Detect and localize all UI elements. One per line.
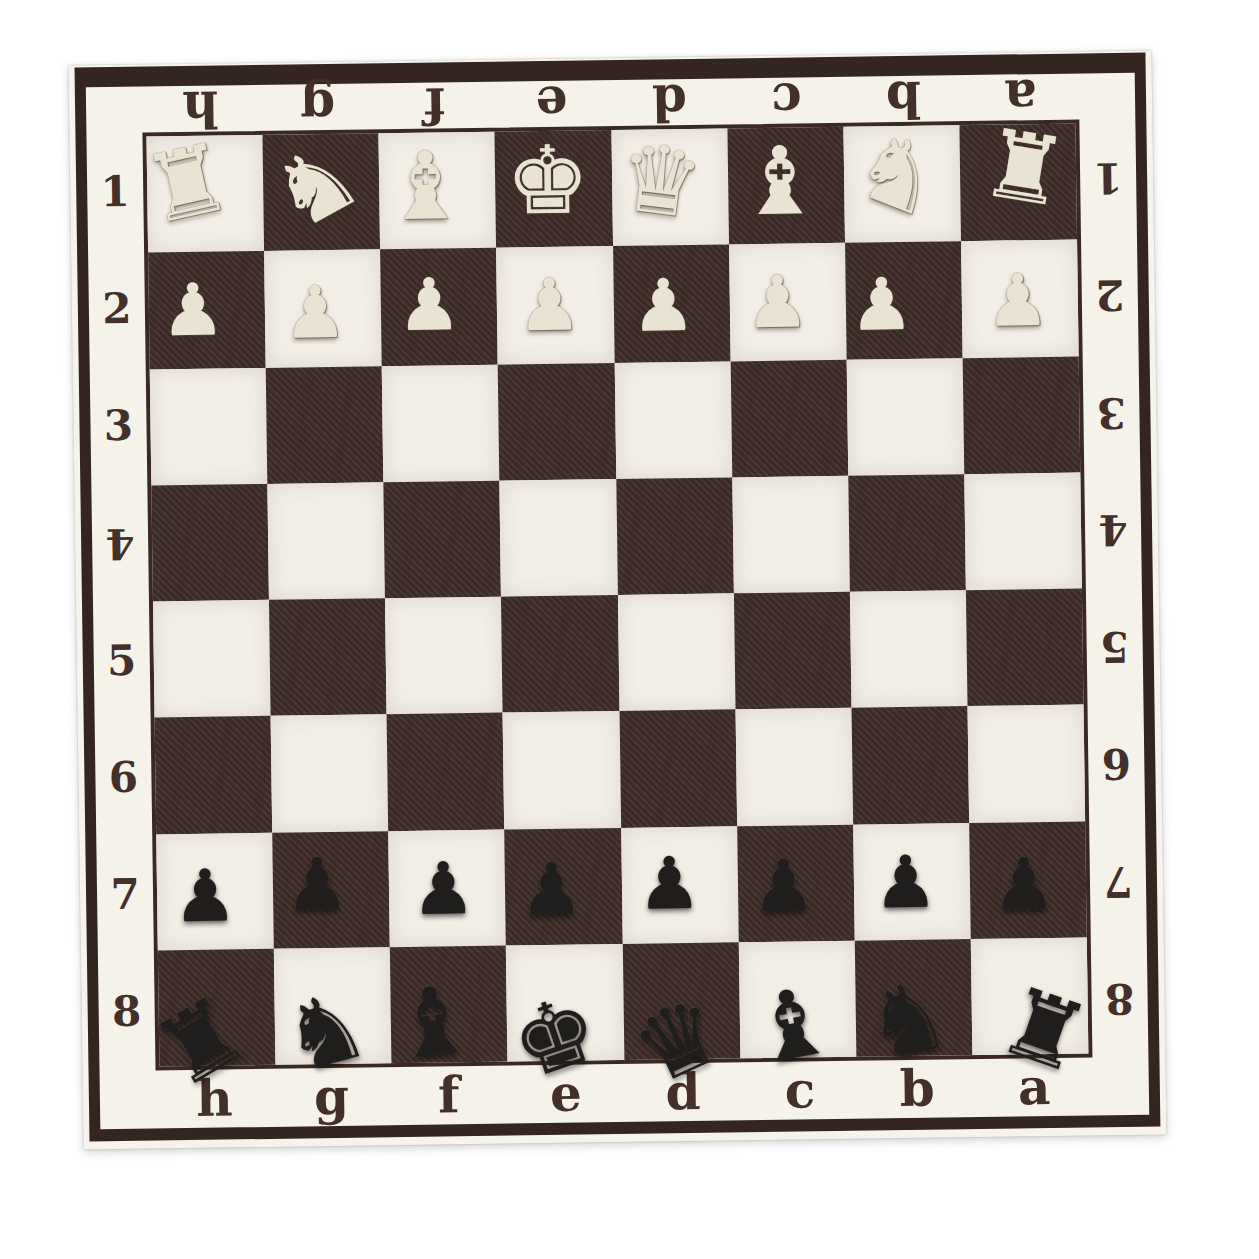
square-a2[interactable]: ♟ bbox=[961, 240, 1079, 358]
square-f5[interactable] bbox=[385, 597, 503, 715]
chess-mat: hgfedcba 12345678 ♜♞♝♚♛♝♞♜♟♟♟♟♟♟♟♟♟♟♟♟♟♟… bbox=[68, 50, 1166, 1149]
piece-black-pawn-c7[interactable]: ♟ bbox=[725, 826, 843, 944]
square-e3[interactable] bbox=[498, 363, 616, 481]
square-c6[interactable] bbox=[735, 708, 853, 826]
square-b2[interactable]: ♟ bbox=[845, 241, 963, 359]
square-b6[interactable] bbox=[851, 706, 969, 824]
square-a6[interactable] bbox=[967, 705, 1085, 823]
corner-bottom-left bbox=[100, 1070, 157, 1129]
square-d3[interactable] bbox=[614, 361, 732, 479]
piece-white-rook-a1[interactable]: ♜ bbox=[957, 102, 1090, 235]
rank-label-5: 5 bbox=[93, 602, 151, 720]
square-e8[interactable]: ♚ bbox=[506, 944, 624, 1062]
piece-white-pawn-d2[interactable]: ♟ bbox=[605, 247, 723, 365]
square-f3[interactable] bbox=[382, 364, 500, 482]
square-f4[interactable] bbox=[384, 480, 502, 598]
piece-black-pawn-e7[interactable]: ♟ bbox=[493, 830, 611, 948]
square-e5[interactable] bbox=[501, 595, 619, 713]
square-h5[interactable] bbox=[153, 600, 271, 718]
square-c8[interactable]: ♝ bbox=[738, 940, 856, 1058]
square-a5[interactable] bbox=[966, 589, 1084, 707]
square-b3[interactable] bbox=[846, 358, 964, 476]
rank-label-4: 4 bbox=[91, 484, 149, 602]
square-a8[interactable]: ♜ bbox=[971, 937, 1089, 1055]
square-e4[interactable] bbox=[500, 479, 618, 597]
square-e2[interactable]: ♟ bbox=[496, 246, 614, 364]
piece-white-pawn-g2[interactable]: ♟ bbox=[256, 254, 374, 372]
corner-bottom-right bbox=[1092, 1057, 1149, 1116]
square-d4[interactable] bbox=[616, 477, 734, 595]
square-h3[interactable] bbox=[150, 367, 268, 485]
square-h6[interactable] bbox=[155, 716, 273, 834]
square-b8[interactable]: ♞ bbox=[855, 939, 973, 1057]
square-a1[interactable]: ♜ bbox=[959, 124, 1077, 242]
square-h1[interactable]: ♜ bbox=[146, 135, 264, 253]
rank-label-3: 3 bbox=[1083, 353, 1141, 471]
piece-black-pawn-f7[interactable]: ♟ bbox=[384, 829, 502, 947]
square-e6[interactable] bbox=[503, 711, 621, 829]
square-b1[interactable]: ♞ bbox=[843, 125, 961, 243]
piece-black-pawn-g7[interactable]: ♟ bbox=[258, 825, 376, 943]
square-a7[interactable]: ♟ bbox=[969, 821, 1087, 939]
square-b7[interactable]: ♟ bbox=[853, 823, 971, 941]
rank-label-5: 5 bbox=[1086, 588, 1144, 706]
square-d2[interactable]: ♟ bbox=[613, 245, 731, 363]
square-f6[interactable] bbox=[387, 713, 505, 831]
piece-black-pawn-h7[interactable]: ♟ bbox=[146, 836, 264, 954]
square-g1[interactable]: ♞ bbox=[263, 133, 381, 251]
piece-white-rook-h1[interactable]: ♜ bbox=[118, 115, 257, 254]
rank-label-4: 4 bbox=[1084, 470, 1142, 588]
square-d6[interactable] bbox=[619, 710, 737, 828]
file-label-f: f bbox=[376, 82, 494, 130]
piece-white-pawn-h2[interactable]: ♟ bbox=[134, 251, 252, 369]
square-f7[interactable]: ♟ bbox=[388, 829, 506, 947]
square-h7[interactable]: ♟ bbox=[156, 832, 274, 950]
square-c7[interactable]: ♟ bbox=[737, 824, 855, 942]
square-g3[interactable] bbox=[266, 366, 384, 484]
square-d5[interactable] bbox=[617, 593, 735, 711]
piece-white-pawn-b2[interactable]: ♟ bbox=[823, 246, 941, 364]
square-c1[interactable]: ♝ bbox=[727, 127, 845, 245]
square-c3[interactable] bbox=[730, 359, 848, 477]
rank-label-3: 3 bbox=[90, 367, 148, 485]
board: ♜♞♝♚♛♝♞♜♟♟♟♟♟♟♟♟♟♟♟♟♟♟♟♟♜♞♝♚♛♝♞♜ bbox=[142, 120, 1092, 1071]
piece-black-bishop-f8[interactable]: ♝ bbox=[369, 958, 498, 1087]
corner-top-right bbox=[1079, 73, 1136, 120]
rank-label-7: 7 bbox=[96, 836, 154, 954]
square-b4[interactable] bbox=[848, 474, 966, 592]
square-c4[interactable] bbox=[732, 476, 850, 594]
piece-black-pawn-a7[interactable]: ♟ bbox=[965, 825, 1083, 943]
square-g5[interactable] bbox=[269, 598, 387, 716]
rank-label-6: 6 bbox=[1088, 705, 1146, 823]
square-d8[interactable]: ♛ bbox=[622, 942, 740, 1060]
piece-white-pawn-a2[interactable]: ♟ bbox=[959, 242, 1077, 360]
square-g7[interactable]: ♟ bbox=[272, 831, 390, 949]
square-g6[interactable] bbox=[271, 714, 389, 832]
square-b5[interactable] bbox=[850, 590, 968, 708]
piece-black-pawn-b7[interactable]: ♟ bbox=[847, 823, 965, 941]
rank-label-2: 2 bbox=[1081, 236, 1139, 354]
photo-background: { "game": "chess", "scene": "Roll-up fab… bbox=[0, 0, 1259, 1259]
square-f2[interactable]: ♟ bbox=[380, 248, 498, 366]
piece-white-bishop-f1[interactable]: ♝ bbox=[367, 128, 485, 246]
square-g4[interactable] bbox=[267, 482, 385, 600]
square-h2[interactable]: ♟ bbox=[148, 251, 266, 369]
square-h4[interactable] bbox=[151, 484, 269, 602]
square-a3[interactable] bbox=[963, 356, 1081, 474]
mat-margin: hgfedcba 12345678 ♜♞♝♚♛♝♞♜♟♟♟♟♟♟♟♟♟♟♟♟♟♟… bbox=[86, 73, 1149, 1130]
rank-labels-right: 12345678 bbox=[1079, 119, 1148, 1058]
mat-edge-band: hgfedcba 12345678 ♜♞♝♚♛♝♞♜♟♟♟♟♟♟♟♟♟♟♟♟♟♟… bbox=[75, 53, 1161, 1142]
piece-black-pawn-d7[interactable]: ♟ bbox=[611, 824, 729, 942]
rank-label-7: 7 bbox=[1089, 822, 1147, 940]
piece-white-pawn-f2[interactable]: ♟ bbox=[370, 246, 488, 364]
piece-black-bishop-c8[interactable]: ♝ bbox=[724, 958, 860, 1094]
file-label-e: e bbox=[493, 80, 611, 128]
corner-top-left bbox=[86, 87, 143, 134]
square-d1[interactable]: ♛ bbox=[611, 128, 729, 246]
piece-white-bishop-c1[interactable]: ♝ bbox=[721, 123, 839, 241]
piece-white-pawn-e2[interactable]: ♟ bbox=[490, 246, 608, 364]
piece-black-knight-b8[interactable]: ♞ bbox=[841, 954, 974, 1087]
piece-white-queen-d1[interactable]: ♛ bbox=[595, 117, 725, 247]
piece-white-pawn-c2[interactable]: ♟ bbox=[719, 243, 837, 361]
square-a4[interactable] bbox=[964, 472, 1082, 590]
square-g2[interactable]: ♟ bbox=[264, 250, 382, 368]
square-f1[interactable]: ♝ bbox=[379, 132, 497, 250]
rank-label-6: 6 bbox=[95, 719, 153, 837]
file-label-c: c bbox=[727, 77, 845, 125]
square-e7[interactable]: ♟ bbox=[505, 827, 623, 945]
piece-white-king-e1[interactable]: ♚ bbox=[489, 122, 607, 240]
square-d7[interactable]: ♟ bbox=[621, 826, 739, 944]
square-c5[interactable] bbox=[734, 592, 852, 710]
